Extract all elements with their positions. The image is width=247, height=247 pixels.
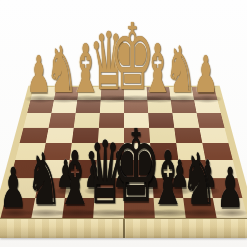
- black-pawn: ♟: [0, 160, 27, 215]
- pieces-layer: ♟♞♝♛♚♝♞♟♟♟♟♟♟♟♟♞♝♛♚♝♞♟: [0, 0, 247, 247]
- black-knight: ♞: [181, 145, 216, 216]
- light-pawn: ♟: [193, 51, 218, 102]
- chess-set-photo: ♟♞♝♛♚♝♞♟♟♟♟♟♟♟♟♞♝♛♚♝♞♟: [0, 0, 247, 247]
- black-pawn: ♟: [216, 160, 243, 215]
- black-bishop: ♝: [149, 142, 186, 216]
